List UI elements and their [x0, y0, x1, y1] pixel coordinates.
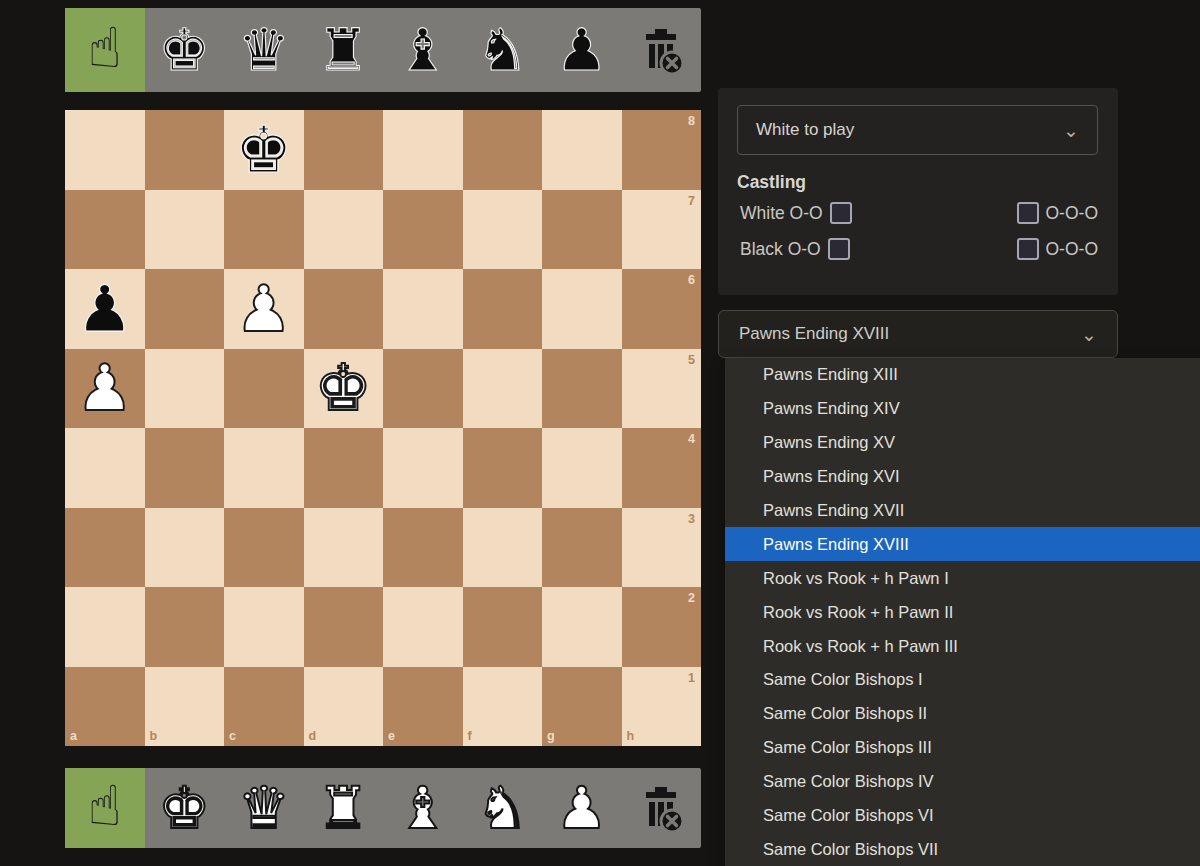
endgame-dropdown-list: Pawns Ending XIIIPawns Ending XIVPawns E…	[725, 358, 1200, 866]
square-g5[interactable]	[542, 349, 622, 429]
turn-select[interactable]: White to play ⌄	[737, 105, 1098, 155]
square-h7[interactable]: 7	[622, 190, 702, 270]
rank-label-2: 2	[688, 591, 695, 605]
square-f8[interactable]	[463, 110, 543, 190]
square-h6[interactable]: 6	[622, 269, 702, 349]
white-piece-P-a5: ♟	[65, 349, 145, 429]
dropdown-option[interactable]: Pawns Ending XVI	[725, 460, 1200, 494]
square-b7[interactable]	[145, 190, 225, 270]
square-d4[interactable]	[304, 428, 384, 508]
file-label-d: d	[309, 729, 317, 743]
square-g7[interactable]	[542, 190, 622, 270]
square-a5[interactable]: ♟	[65, 349, 145, 429]
white-oo-label: White O-O	[740, 203, 823, 224]
square-d5[interactable]: ♚	[304, 349, 384, 429]
square-c7[interactable]	[224, 190, 304, 270]
square-c1[interactable]: c	[224, 667, 304, 747]
file-label-g: g	[547, 729, 555, 743]
square-h1[interactable]: 1h	[622, 667, 702, 747]
square-a2[interactable]	[65, 587, 145, 667]
file-label-a: a	[70, 729, 77, 743]
square-c6[interactable]: ♟	[224, 269, 304, 349]
black-oo-checkbox[interactable]	[828, 238, 850, 260]
black-ooo-checkbox[interactable]	[1017, 238, 1039, 260]
square-d2[interactable]	[304, 587, 384, 667]
square-f4[interactable]	[463, 428, 543, 508]
hand-pointer-icon: ☝	[88, 20, 122, 76]
white-bishop[interactable]: ♝	[383, 768, 463, 848]
chevron-down-icon: ⌄	[1063, 121, 1079, 140]
chess-board[interactable]: ♚87♟♟6♟♚5432abcdefg1h	[65, 110, 701, 746]
chevron-down-icon: ⌄	[1081, 325, 1097, 344]
white-queen[interactable]: ♛	[224, 768, 304, 848]
dropdown-option[interactable]: Pawns Ending XVIII	[725, 527, 1200, 561]
white-rook[interactable]: ♜	[304, 768, 384, 848]
rank-label-4: 4	[688, 432, 695, 446]
square-b1[interactable]: b	[145, 667, 225, 747]
black-rook-icon: ♜	[317, 21, 369, 79]
square-d6[interactable]	[304, 269, 384, 349]
dropdown-option[interactable]: Pawns Ending XV	[725, 426, 1200, 460]
square-b6[interactable]	[145, 269, 225, 349]
square-a7[interactable]	[65, 190, 145, 270]
square-a1[interactable]: a	[65, 667, 145, 747]
hand-tool-black[interactable]: ☝	[65, 8, 145, 92]
white-knight-icon: ♞	[476, 779, 528, 837]
black-knight-icon: ♞	[476, 21, 528, 79]
square-g8[interactable]	[542, 110, 622, 190]
black-piece-P-a6: ♟	[65, 269, 145, 349]
black-queen[interactable]: ♛	[224, 8, 304, 92]
square-h5[interactable]: 5	[622, 349, 702, 429]
square-e3[interactable]	[383, 508, 463, 588]
square-e1[interactable]: e	[383, 667, 463, 747]
square-e4[interactable]	[383, 428, 463, 508]
file-label-c: c	[229, 729, 236, 743]
square-g4[interactable]	[542, 428, 622, 508]
white-pawn-icon: ♟	[556, 779, 608, 837]
delete-tool-white[interactable]	[622, 768, 702, 848]
castling-row-white: White O-O O-O-O	[740, 200, 1098, 226]
square-h2[interactable]: 2	[622, 587, 702, 667]
dropdown-option[interactable]: Rook vs Rook + h Pawn III	[725, 629, 1200, 663]
rank-label-8: 8	[688, 114, 695, 128]
square-a6[interactable]: ♟	[65, 269, 145, 349]
file-label-b: b	[150, 729, 158, 743]
square-a3[interactable]	[65, 508, 145, 588]
black-knight[interactable]: ♞	[463, 8, 543, 92]
white-pawn[interactable]: ♟	[542, 768, 622, 848]
square-d8[interactable]	[304, 110, 384, 190]
white-rook-icon: ♜	[317, 779, 369, 837]
white-knight[interactable]: ♞	[463, 768, 543, 848]
castling-heading: Castling	[737, 172, 806, 193]
square-c5[interactable]	[224, 349, 304, 429]
rank-label-6: 6	[688, 273, 695, 287]
white-bishop-icon: ♝	[397, 779, 449, 837]
square-f5[interactable]	[463, 349, 543, 429]
square-c4[interactable]	[224, 428, 304, 508]
dropdown-option[interactable]: Same Color Bishops II	[725, 697, 1200, 731]
white-piece-K-d5: ♚	[304, 349, 384, 429]
square-e7[interactable]	[383, 190, 463, 270]
square-f2[interactable]	[463, 587, 543, 667]
white-king-icon: ♚	[158, 779, 210, 837]
black-oo-label: Black O-O	[740, 239, 821, 260]
square-b2[interactable]	[145, 587, 225, 667]
piece-palette-white: ☝♚♛♜♝♞♟	[65, 768, 701, 848]
square-c8[interactable]: ♚	[224, 110, 304, 190]
rank-label-7: 7	[688, 194, 695, 208]
square-d3[interactable]	[304, 508, 384, 588]
square-b3[interactable]	[145, 508, 225, 588]
piece-palette-black: ☝♚♛♜♝♞♟	[65, 8, 701, 92]
square-h4[interactable]: 4	[622, 428, 702, 508]
square-c2[interactable]	[224, 587, 304, 667]
endgame-select-value: Pawns Ending XVIII	[739, 324, 889, 344]
black-queen-icon: ♛	[238, 21, 290, 79]
square-f1[interactable]: f	[463, 667, 543, 747]
square-g2[interactable]	[542, 587, 622, 667]
file-label-f: f	[468, 729, 472, 743]
dropdown-option[interactable]: Rook vs Rook + h Pawn I	[725, 561, 1200, 595]
position-settings-card: White to play ⌄ Castling White O-O O-O-O…	[718, 88, 1118, 295]
dropdown-option[interactable]: Same Color Bishops IV	[725, 765, 1200, 799]
square-h3[interactable]: 3	[622, 508, 702, 588]
file-label-e: e	[388, 729, 395, 743]
hand-tool-white[interactable]: ☝	[65, 768, 145, 848]
rank-label-3: 3	[688, 512, 695, 526]
black-rook[interactable]: ♜	[304, 8, 384, 92]
file-label-h: h	[627, 729, 635, 743]
trash-icon	[635, 782, 687, 834]
square-e6[interactable]	[383, 269, 463, 349]
square-b8[interactable]	[145, 110, 225, 190]
square-e5[interactable]	[383, 349, 463, 429]
square-d1[interactable]: d	[304, 667, 384, 747]
black-ooo-label: O-O-O	[1046, 239, 1099, 260]
square-e2[interactable]	[383, 587, 463, 667]
white-oo-checkbox[interactable]	[830, 202, 852, 224]
black-piece-K-c8: ♚	[224, 110, 304, 190]
black-bishop-icon: ♝	[397, 21, 449, 79]
black-king[interactable]: ♚	[145, 8, 225, 92]
square-c3[interactable]	[224, 508, 304, 588]
white-queen-icon: ♛	[238, 779, 290, 837]
dropdown-option[interactable]: Same Color Bishops III	[725, 731, 1200, 765]
white-ooo-checkbox[interactable]	[1017, 202, 1039, 224]
dropdown-option[interactable]: Same Color Bishops VII	[725, 832, 1200, 866]
dropdown-option[interactable]: Pawns Ending XIII	[725, 358, 1200, 392]
square-h8[interactable]: 8	[622, 110, 702, 190]
dropdown-option[interactable]: Pawns Ending XIV	[725, 392, 1200, 426]
square-f6[interactable]	[463, 269, 543, 349]
square-d7[interactable]	[304, 190, 384, 270]
delete-tool-black[interactable]	[622, 8, 702, 92]
square-b4[interactable]	[145, 428, 225, 508]
trash-icon	[635, 24, 687, 76]
white-ooo-label: O-O-O	[1046, 203, 1099, 224]
rank-label-5: 5	[688, 353, 695, 367]
square-a4[interactable]	[65, 428, 145, 508]
black-pawn-icon: ♟	[556, 21, 608, 79]
square-g6[interactable]	[542, 269, 622, 349]
white-king[interactable]: ♚	[145, 768, 225, 848]
white-piece-P-c6: ♟	[224, 269, 304, 349]
square-g1[interactable]: g	[542, 667, 622, 747]
black-king-icon: ♚	[158, 21, 210, 79]
endgame-select[interactable]: Pawns Ending XVIII ⌄	[718, 310, 1118, 358]
dropdown-option[interactable]: Rook vs Rook + h Pawn II	[725, 595, 1200, 629]
castling-row-black: Black O-O O-O-O	[740, 236, 1098, 262]
black-bishop[interactable]: ♝	[383, 8, 463, 92]
dropdown-option[interactable]: Same Color Bishops VI	[725, 799, 1200, 833]
turn-select-value: White to play	[756, 120, 854, 140]
square-b5[interactable]	[145, 349, 225, 429]
square-f3[interactable]	[463, 508, 543, 588]
black-pawn[interactable]: ♟	[542, 8, 622, 92]
square-a8[interactable]	[65, 110, 145, 190]
dropdown-option[interactable]: Pawns Ending XVII	[725, 494, 1200, 528]
square-e8[interactable]	[383, 110, 463, 190]
dropdown-option[interactable]: Same Color Bishops I	[725, 663, 1200, 697]
hand-pointer-icon: ☝	[88, 778, 122, 834]
square-f7[interactable]	[463, 190, 543, 270]
square-g3[interactable]	[542, 508, 622, 588]
rank-label-1: 1	[688, 671, 695, 685]
